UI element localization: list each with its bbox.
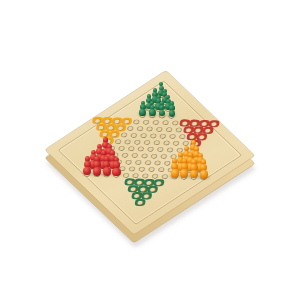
painted-hole-green[interactable]: ●	[134, 199, 146, 206]
caption: chinese-checkers	[0, 0, 1, 1]
star-grid: ●●●●●●●●●●●●●●●●●●●●●●●●●●●●●●●●●●●●●●●●…	[65, 89, 236, 209]
chinese-checkers-board: ●●●●●●●●●●●●●●●●●●●●●●●●●●●●●●●●●●●●●●●●…	[44, 70, 255, 235]
photo-canvas: ●●●●●●●●●●●●●●●●●●●●●●●●●●●●●●●●●●●●●●●●…	[0, 0, 300, 300]
hole-cell[interactable]: ●	[198, 174, 210, 181]
